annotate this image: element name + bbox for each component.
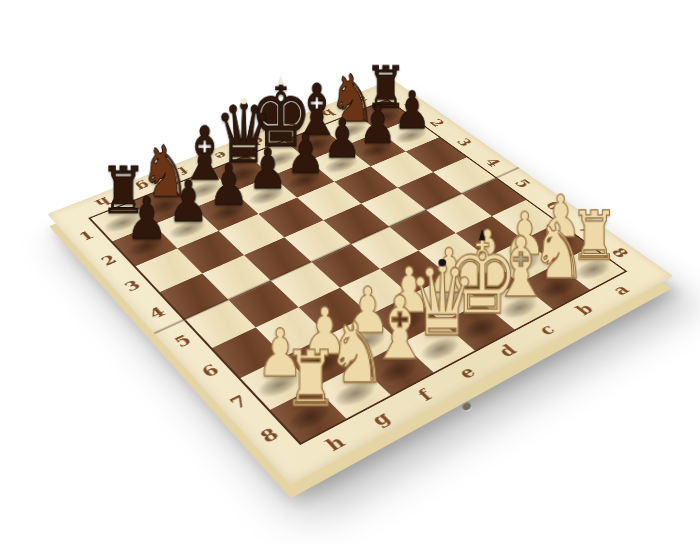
rook-glyph: ♜ (284, 341, 339, 418)
hinge-pin (462, 402, 472, 411)
dark-king-finial (278, 74, 284, 84)
product-photo-scene: hgfedcba1122334455667788hgfedcba ♜♞♝♛♚♝♞… (0, 0, 700, 544)
dark-queen-finial (240, 98, 247, 105)
light-queen-finial (438, 259, 446, 267)
pawn-glyph: ♟ (126, 189, 168, 247)
chess-board: hgfedcba1122334455667788hgfedcba ♜♞♝♛♚♝♞… (47, 79, 673, 485)
light-king-finial (479, 229, 485, 241)
